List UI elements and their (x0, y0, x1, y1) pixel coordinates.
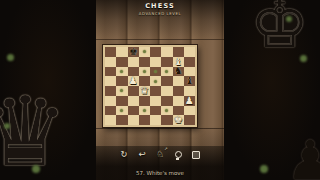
square-a6[interactable] (105, 67, 116, 77)
square-f2[interactable] (161, 106, 172, 116)
square-g2[interactable] (173, 106, 184, 116)
wood-knot-dot (165, 109, 168, 112)
square-g4[interactable] (173, 86, 184, 96)
square-b2[interactable] (116, 106, 127, 116)
app-title: CHESS (96, 2, 224, 10)
square-f3[interactable] (161, 96, 172, 106)
square-h5[interactable]: ♝ (184, 76, 195, 86)
square-icon (192, 151, 200, 159)
square-b5[interactable] (116, 76, 127, 86)
square-c3[interactable] (128, 96, 139, 106)
square-e3[interactable] (150, 96, 161, 106)
square-a7[interactable] (105, 57, 116, 67)
background-dot (4, 123, 10, 129)
square-e5[interactable] (150, 76, 161, 86)
background-dot (286, 16, 292, 22)
square-h3[interactable]: ♟ (184, 96, 195, 106)
white-queen-d4: ♛ (139, 86, 150, 96)
square-g3[interactable] (173, 96, 184, 106)
square-d3[interactable] (139, 96, 150, 106)
wood-knot-dot (154, 80, 157, 83)
square-c2[interactable] (128, 106, 139, 116)
square-h7[interactable] (184, 57, 195, 67)
square-d4[interactable]: ♛ (139, 86, 150, 96)
square-e1[interactable] (150, 115, 161, 125)
square-c6[interactable] (128, 67, 139, 77)
letterbox-left: ♛ (0, 0, 96, 180)
white-king-g1: ♚ (173, 115, 184, 125)
background-pawn-icon: ♟ (286, 134, 320, 180)
square-d1[interactable] (139, 115, 150, 125)
white-bishop-g7: ♝ (173, 57, 184, 67)
white-pawn-h3: ♟ (184, 96, 195, 106)
square-a8[interactable] (105, 47, 116, 57)
background-king-icon: ♚ (250, 0, 309, 58)
square-c4[interactable] (128, 86, 139, 96)
white-pawn-c5: ♟ (128, 76, 139, 86)
square-b1[interactable] (116, 115, 127, 125)
board: ♚♝♞♟♝♛♟♚ (103, 45, 197, 127)
square-a1[interactable] (105, 115, 116, 125)
square-b6[interactable] (116, 67, 127, 77)
menu-button[interactable] (192, 149, 201, 160)
wood-knot-dot (120, 109, 123, 112)
square-a4[interactable] (105, 86, 116, 96)
square-h1[interactable] (184, 115, 195, 125)
square-h2[interactable] (184, 106, 195, 116)
square-a2[interactable] (105, 106, 116, 116)
square-g7[interactable]: ♝ (173, 57, 184, 67)
background-dot (260, 165, 268, 173)
square-g1[interactable]: ♚ (173, 115, 184, 125)
square-c5[interactable]: ♟ (128, 76, 139, 86)
wood-knot-dot (120, 70, 123, 73)
square-f6[interactable] (161, 67, 172, 77)
square-c8[interactable]: ♚ (128, 47, 139, 57)
wood-knot-dot (120, 89, 123, 92)
background-dot (32, 165, 40, 173)
black-king-c8: ♚ (128, 47, 139, 57)
wood-knot-dot (165, 70, 168, 73)
wood-knot-dot (143, 109, 146, 112)
square-g8[interactable] (173, 47, 184, 57)
square-f4[interactable] (161, 86, 172, 96)
square-d5[interactable] (139, 76, 150, 86)
bottom-bar: ↻ ↩ ♘ ↗ 57. White's move (96, 146, 224, 180)
black-bishop-h5: ♝ (184, 76, 195, 86)
square-d6[interactable] (139, 67, 150, 77)
square-e7[interactable] (150, 57, 161, 67)
move-status: 57. White's move (96, 170, 224, 177)
square-h8[interactable] (184, 47, 195, 57)
square-h6[interactable] (184, 67, 195, 77)
square-f1[interactable] (161, 115, 172, 125)
move-arrow-icon: ↗ (164, 147, 167, 151)
square-e2[interactable] (150, 106, 161, 116)
square-f5[interactable] (161, 76, 172, 86)
background-dot (7, 54, 14, 61)
square-b4[interactable] (116, 86, 127, 96)
square-d8[interactable] (139, 47, 150, 57)
square-a5[interactable] (105, 76, 116, 86)
square-a3[interactable] (105, 96, 116, 106)
square-d7[interactable] (139, 57, 150, 67)
square-e6[interactable] (150, 67, 161, 77)
square-e4[interactable] (150, 86, 161, 96)
square-d2[interactable] (139, 106, 150, 116)
restart-icon: ↻ (120, 149, 127, 160)
background-dot (300, 55, 307, 62)
app-screen: CHESS ADVANCED LEVEL ♚♝♞♟♝♛♟♚ ↻ ↩ ♘ ↗ (96, 0, 224, 180)
wood-knot-dot (143, 70, 146, 73)
screenshot: ♛ ♚ ♟ CHESS ADVANCED LEVEL ♚♝♞♟♝♛♟♚ ↻ ↩ … (0, 0, 320, 180)
move-piece-button[interactable]: ♘ ↗ (156, 149, 165, 160)
hint-button[interactable] (174, 149, 183, 160)
wood-knot-dot (154, 70, 157, 73)
square-g6[interactable]: ♞ (173, 67, 184, 77)
square-c7[interactable] (128, 57, 139, 67)
square-h4[interactable] (184, 86, 195, 96)
undo-icon: ↩ (138, 149, 145, 160)
square-c1[interactable] (128, 115, 139, 125)
square-g5[interactable] (173, 76, 184, 86)
wood-knot-dot (143, 50, 146, 53)
letterbox-right: ♚ ♟ (224, 0, 320, 180)
square-f7[interactable] (161, 57, 172, 67)
black-knight-g6: ♞ (173, 66, 184, 76)
restart-button[interactable]: ↻ (120, 149, 129, 160)
app-subtitle: ADVANCED LEVEL (96, 11, 224, 16)
square-b8[interactable] (116, 47, 127, 57)
toolbar: ↻ ↩ ♘ ↗ (96, 149, 224, 160)
knight-icon: ♘ (156, 149, 164, 160)
square-b3[interactable] (116, 96, 127, 106)
undo-button[interactable]: ↩ (138, 149, 147, 160)
square-e8[interactable] (150, 47, 161, 57)
square-f8[interactable] (161, 47, 172, 57)
lightbulb-icon (175, 151, 182, 158)
square-b7[interactable] (116, 57, 127, 67)
